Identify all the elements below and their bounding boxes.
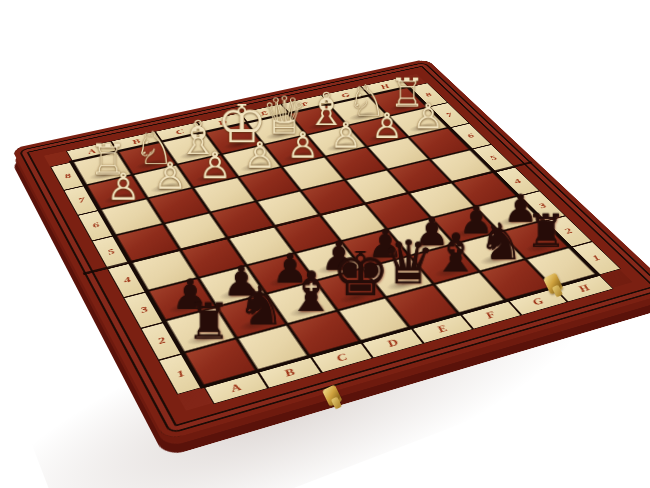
rook-glyph: ♜ — [187, 299, 231, 345]
piece-billboard: ♞ — [475, 214, 527, 266]
piece-billboard: ♜ — [181, 290, 237, 346]
king-glyph: ♚ — [331, 244, 389, 304]
piece-billboard: ♚ — [333, 251, 387, 305]
rook-glyph: ♜ — [525, 211, 566, 253]
piece-billboard: ♞ — [233, 277, 288, 332]
bishop-glyph: ♝ — [286, 266, 335, 317]
bishop-glyph: ♝ — [431, 229, 479, 278]
piece-billboard: ♝ — [429, 226, 482, 279]
perspective-scene: ABCDEFGH ABCDEFGH 87654321 87654321 ♖♘♗♔… — [0, 0, 650, 488]
knight-glyph: ♞ — [479, 219, 524, 265]
piece-billboard: ♝ — [284, 264, 338, 318]
knight-glyph: ♞ — [237, 282, 285, 331]
piece-billboard: ♜ — [520, 202, 571, 253]
chess-set-photo: ABCDEFGH ABCDEFGH 87654321 87654321 ♖♘♗♔… — [0, 0, 650, 488]
